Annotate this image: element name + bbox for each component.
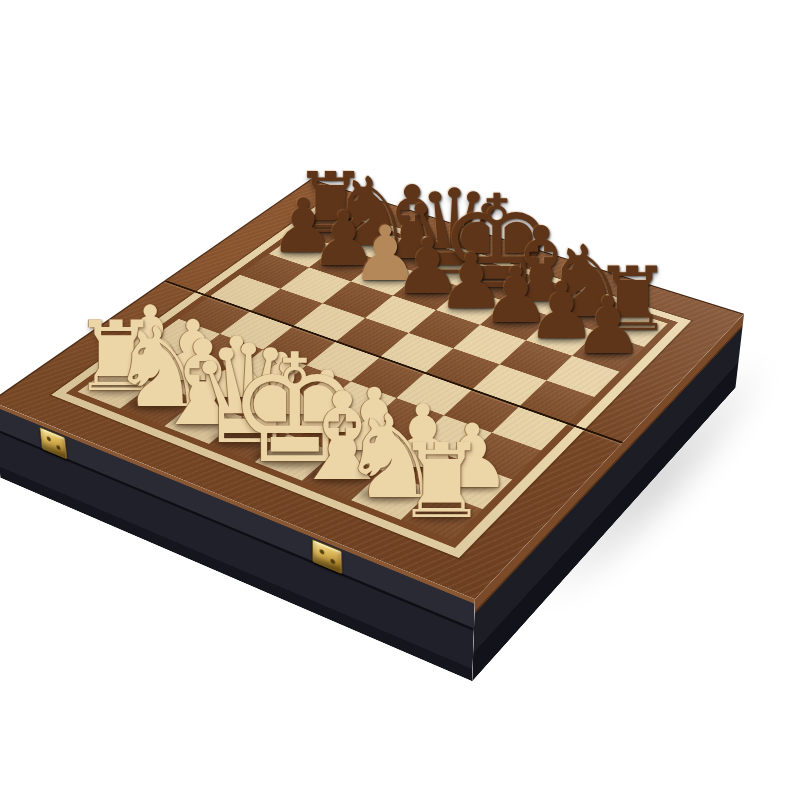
square-h1 [401, 490, 483, 541]
square-d2 [242, 390, 320, 434]
square-d1 [209, 417, 288, 462]
square-a1 [78, 367, 155, 409]
square-h3 [462, 433, 540, 480]
square-g3 [414, 415, 492, 460]
square-b2 [155, 358, 231, 400]
square-f4 [396, 373, 471, 415]
page-background: { "game": "chess", "scene_type": "produc… [0, 0, 800, 800]
square-f1 [302, 452, 383, 500]
square-c2 [198, 374, 275, 417]
square-b1 [120, 383, 198, 426]
brass-clasp-2 [312, 539, 342, 575]
square-h5 [519, 380, 594, 423]
square-e4 [351, 357, 426, 398]
square-c1 [164, 400, 243, 444]
square-d3 [275, 365, 351, 407]
chess-box-scene [0, 179, 744, 599]
square-h2 [432, 461, 512, 509]
square-g4 [443, 389, 519, 433]
square-e1 [255, 434, 335, 481]
square-h6 [546, 355, 619, 396]
square-g1 [351, 471, 432, 520]
board-frame [0, 179, 744, 599]
square-f2 [335, 425, 414, 471]
square-g5 [472, 364, 546, 406]
square-e2 [288, 407, 366, 452]
brass-clasp-1 [40, 427, 68, 460]
square-f3 [366, 398, 443, 442]
square-e3 [320, 382, 396, 425]
square-h4 [491, 406, 568, 451]
square-g2 [383, 442, 463, 489]
